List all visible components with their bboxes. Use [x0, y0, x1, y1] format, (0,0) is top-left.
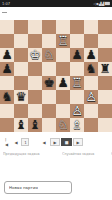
- nav-button-0[interactable]: |◀: [2, 138, 12, 146]
- black-pawn-f6: ♟: [70, 48, 84, 62]
- playback-button-2[interactable]: ■: [61, 138, 73, 146]
- square-h7[interactable]: [98, 34, 112, 48]
- square-a2[interactable]: [0, 104, 14, 118]
- black-knight-g5: ♞: [84, 62, 98, 76]
- square-h2[interactable]: [98, 104, 112, 118]
- white-knight-d6: ♘: [42, 48, 56, 62]
- square-g3[interactable]: ♙: [84, 90, 98, 104]
- nav-button-2[interactable]: 1: [21, 138, 29, 146]
- playback-button-1[interactable]: ▶: [50, 138, 60, 146]
- square-c4[interactable]: [28, 76, 42, 90]
- square-g7[interactable]: [84, 34, 98, 48]
- square-a4[interactable]: [0, 76, 14, 90]
- move-toolbar: |◀◀1 ◀▶■▶ Повернуть доску: [0, 137, 112, 147]
- nav-button-1[interactable]: ◀: [13, 138, 20, 146]
- white-knight-e1: ♘: [56, 118, 70, 132]
- nav-button-group: |◀◀1: [2, 138, 30, 146]
- square-h5[interactable]: ♜: [98, 62, 112, 76]
- square-f3[interactable]: [70, 90, 84, 104]
- playback-button-3[interactable]: ▶: [73, 138, 83, 146]
- square-b5[interactable]: [14, 62, 28, 76]
- black-queen-b3: ♛: [14, 90, 28, 104]
- chess-board[interactable]: ♖♟♔♘♟♟♟♞♜♚♟♖♞♛♙♙♝♝♘♗: [0, 20, 112, 132]
- square-b3[interactable]: ♛: [14, 90, 28, 104]
- black-pawn-e4: ♟: [56, 76, 70, 90]
- puzzle-links-row: Предыдущая задачаСлучайная задачаСледующ…: [3, 152, 111, 161]
- square-g4[interactable]: [84, 76, 98, 90]
- square-h6[interactable]: [98, 48, 112, 62]
- square-d2[interactable]: [42, 104, 56, 118]
- square-h4[interactable]: [98, 76, 112, 90]
- square-e7[interactable]: ♖: [56, 34, 70, 48]
- square-a3[interactable]: ♞: [0, 90, 14, 104]
- square-c1[interactable]: ♝: [28, 118, 42, 132]
- square-d3[interactable]: [42, 90, 56, 104]
- puzzle-link-0[interactable]: Предыдущая задача: [3, 152, 40, 156]
- square-c8[interactable]: [28, 20, 42, 34]
- puzzle-link-1[interactable]: Случайная задача: [62, 152, 94, 156]
- battery-icon: [105, 2, 110, 5]
- square-g2[interactable]: [84, 104, 98, 118]
- square-g1[interactable]: [84, 118, 98, 132]
- square-b1[interactable]: ♝: [14, 118, 28, 132]
- square-f1[interactable]: ♗: [70, 118, 84, 132]
- square-c2[interactable]: [28, 104, 42, 118]
- page-top-dash: [2, 12, 7, 13]
- square-b8[interactable]: [14, 20, 28, 34]
- square-e2[interactable]: [56, 104, 70, 118]
- square-c5[interactable]: [28, 62, 42, 76]
- square-e6[interactable]: [56, 48, 70, 62]
- playback-button-0[interactable]: ◀: [40, 138, 48, 146]
- square-d7[interactable]: [42, 34, 56, 48]
- square-d6[interactable]: ♘: [42, 48, 56, 62]
- playback-button-group: ◀▶■▶: [40, 138, 84, 146]
- square-h1[interactable]: [98, 118, 112, 132]
- square-b6[interactable]: [14, 48, 28, 62]
- square-b7[interactable]: [14, 34, 28, 48]
- square-e4[interactable]: ♟: [56, 76, 70, 90]
- square-a1[interactable]: [0, 118, 14, 132]
- black-knight-a3: ♞: [0, 90, 14, 104]
- square-e8[interactable]: [56, 20, 70, 34]
- square-h3[interactable]: [98, 90, 112, 104]
- white-rook-e7: ♖: [56, 34, 70, 48]
- square-b4[interactable]: [14, 76, 28, 90]
- status-bar: 1:07 ◁◆▟▟: [0, 0, 112, 7]
- square-f2[interactable]: ♙: [70, 104, 84, 118]
- black-pawn-a5: ♟: [0, 62, 14, 76]
- square-d1[interactable]: [42, 118, 56, 132]
- white-bishop-f1: ♗: [70, 118, 84, 132]
- square-f5[interactable]: [70, 62, 84, 76]
- black-pawn-a6: ♟: [0, 48, 14, 62]
- square-f4[interactable]: ♖: [70, 76, 84, 90]
- black-bishop-c1: ♝: [28, 118, 42, 132]
- square-a8[interactable]: [0, 20, 14, 34]
- new-game-button-label: Новая партия: [9, 185, 38, 190]
- square-d8[interactable]: [42, 20, 56, 34]
- puzzle-link-2[interactable]: Следующая задача: [111, 152, 112, 156]
- square-e1[interactable]: ♘: [56, 118, 70, 132]
- white-pawn-f2: ♙: [70, 104, 84, 118]
- black-king-d4: ♚: [42, 76, 56, 90]
- square-c3[interactable]: [28, 90, 42, 104]
- square-f6[interactable]: ♟: [70, 48, 84, 62]
- square-a5[interactable]: ♟: [0, 62, 14, 76]
- black-rook-h5: ♜: [98, 62, 112, 76]
- black-bishop-b1: ♝: [14, 118, 28, 132]
- square-f7[interactable]: [70, 34, 84, 48]
- square-c7[interactable]: [28, 34, 42, 48]
- status-icons: ◁◆▟▟: [94, 1, 110, 5]
- square-f8[interactable]: [70, 20, 84, 34]
- square-g8[interactable]: [84, 20, 98, 34]
- square-g6[interactable]: ♟: [84, 48, 98, 62]
- square-g5[interactable]: ♞: [84, 62, 98, 76]
- square-d4[interactable]: ♚: [42, 76, 56, 90]
- square-c6[interactable]: ♔: [28, 48, 42, 62]
- square-a7[interactable]: [0, 34, 14, 48]
- square-e3[interactable]: [56, 90, 70, 104]
- square-a6[interactable]: ♟: [0, 48, 14, 62]
- square-b2[interactable]: [14, 104, 28, 118]
- black-pawn-g6: ♟: [84, 48, 98, 62]
- square-e5[interactable]: [56, 62, 70, 76]
- white-pawn-g3: ♙: [84, 90, 98, 104]
- new-game-button[interactable]: Новая партия: [4, 181, 72, 194]
- square-d5[interactable]: [42, 62, 56, 76]
- status-time: 1:07: [2, 1, 10, 5]
- square-h8[interactable]: [98, 20, 112, 34]
- white-rook-f4: ♖: [70, 76, 84, 90]
- white-king-c6: ♔: [28, 48, 42, 62]
